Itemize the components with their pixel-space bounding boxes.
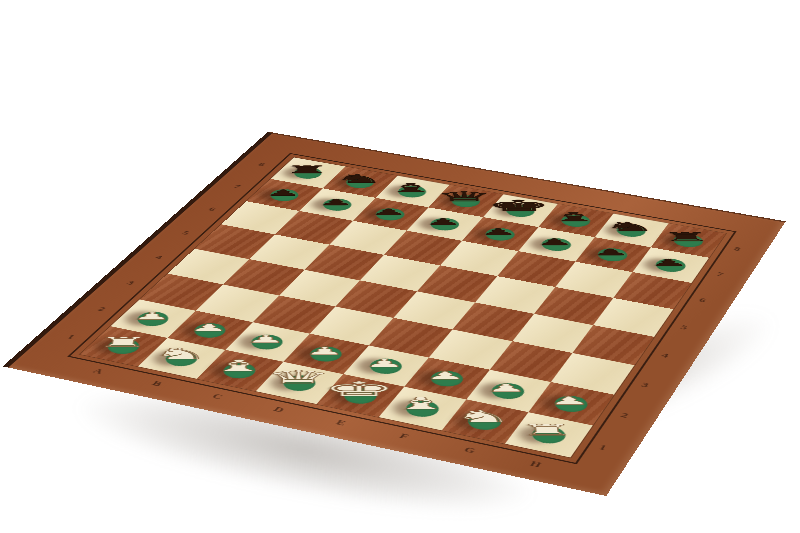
rank-label-left-6: 6: [206, 206, 218, 213]
piece-black-king-e8[interactable]: ♚: [518, 198, 520, 213]
piece-white-pawn-f2[interactable]: ♟: [445, 370, 446, 381]
playing-field: ♜♞♝♛♚♝♞♜♟♟♟♟♟♟♟♟♟♟♟♟♟♟♟♟♜♞♝♛♚♝♞♜: [80, 157, 726, 457]
piece-black-bishop-f8[interactable]: ♝: [573, 210, 575, 223]
rank-label-right-7: 7: [715, 271, 725, 278]
piece-white-rook-h1[interactable]: ♜: [546, 422, 548, 437]
file-label-h: H: [528, 459, 544, 469]
piece-white-knight-b1[interactable]: ♞: [180, 346, 182, 361]
rank-label-right-6: 6: [697, 297, 708, 305]
rank-label-left-2: 2: [95, 306, 108, 314]
file-label-b: B: [149, 380, 164, 389]
piece-black-pawn-d7[interactable]: ♟: [443, 217, 444, 226]
piece-black-pawn-f7[interactable]: ♟: [554, 237, 555, 246]
file-label-c: C: [210, 392, 226, 401]
rank-label-right-5: 5: [679, 324, 690, 332]
piece-black-queen-d8[interactable]: ♛: [464, 190, 465, 204]
piece-white-pawn-g2[interactable]: ♟: [506, 382, 507, 393]
folding-chess-board-box: ♜♞♝♛♚♝♞♜♟♟♟♟♟♟♟♟♟♟♟♟♟♟♟♟♜♞♝♛♚♝♞♜ ABCDEFG…: [3, 132, 786, 496]
rank-label-left-1: 1: [64, 333, 77, 341]
rank-label-right-8: 8: [732, 246, 742, 253]
file-label-a: A: [90, 367, 106, 376]
piece-white-rook-a1[interactable]: ♜: [122, 335, 124, 349]
rank-label-left-8: 8: [256, 162, 267, 168]
piece-black-pawn-e7[interactable]: ♟: [498, 227, 499, 236]
rank-label-left-3: 3: [124, 279, 137, 286]
rank-label-right-4: 4: [660, 352, 671, 360]
piece-black-pawn-a7[interactable]: ♟: [283, 189, 284, 197]
board-surface: ♜♞♝♛♚♝♞♜♟♟♟♟♟♟♟♟♟♟♟♟♟♟♟♟♜♞♝♛♚♝♞♜ ABCDEFG…: [3, 132, 786, 496]
piece-white-knight-g1[interactable]: ♞: [483, 408, 484, 425]
product-photo-stage: ♜♞♝♛♚♝♞♜♟♟♟♟♟♟♟♟♟♟♟♟♟♟♟♟♜♞♝♛♚♝♞♜ ABCDEFG…: [0, 0, 800, 533]
rank-label-left-4: 4: [153, 254, 165, 261]
rank-label-left-5: 5: [180, 230, 192, 237]
piece-black-knight-g8[interactable]: ♞: [628, 220, 631, 233]
file-label-g: G: [462, 445, 478, 455]
piece-black-pawn-g7[interactable]: ♟: [610, 248, 612, 257]
piece-white-pawn-b2[interactable]: ♟: [208, 322, 209, 332]
piece-white-bishop-c1[interactable]: ♝: [239, 357, 240, 373]
piece-white-pawn-h2[interactable]: ♟: [569, 395, 571, 406]
piece-white-pawn-c2[interactable]: ♟: [266, 334, 267, 344]
rank-label-right-1: 1: [597, 443, 609, 452]
piece-white-pawn-a2[interactable]: ♟: [151, 311, 152, 321]
piece-black-pawn-h7[interactable]: ♟: [668, 258, 670, 267]
file-label-e: E: [333, 418, 348, 427]
file-label-f: F: [397, 432, 411, 441]
piece-white-queen-d1[interactable]: ♛: [298, 368, 299, 386]
piece-black-rook-h8[interactable]: ♜: [685, 231, 688, 243]
file-label-d: D: [271, 405, 287, 414]
scene: ♜♞♝♛♚♝♞♜♟♟♟♟♟♟♟♟♟♟♟♟♟♟♟♟♜♞♝♛♚♝♞♜ ABCDEFG…: [0, 0, 800, 533]
rank-label-right-2: 2: [619, 411, 631, 420]
rank-label-left-7: 7: [232, 184, 243, 190]
piece-white-bishop-f1[interactable]: ♝: [420, 395, 421, 412]
rank-label-right-3: 3: [640, 381, 652, 390]
